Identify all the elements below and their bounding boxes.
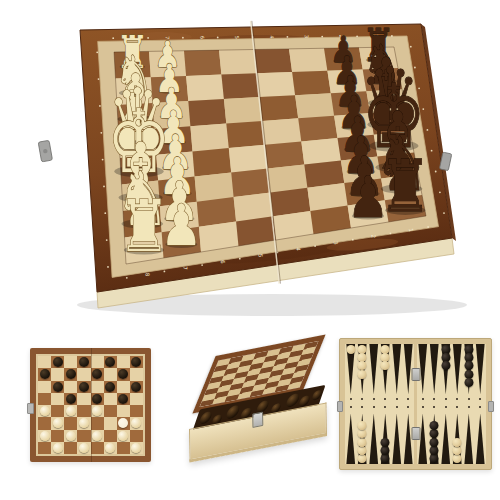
checkers-square bbox=[91, 430, 104, 442]
border-dot bbox=[439, 191, 441, 193]
backgammon-checker-light bbox=[381, 361, 390, 370]
checkers-square bbox=[91, 417, 104, 429]
checkers-square bbox=[130, 442, 143, 454]
backgammon-point bbox=[391, 414, 402, 464]
chess-piece-white-pawn: ♟ bbox=[160, 193, 202, 259]
backgammon-checker-light bbox=[358, 454, 367, 463]
checkers-piece-dark bbox=[131, 382, 141, 392]
board-square bbox=[292, 71, 331, 96]
backgammon-dot bbox=[407, 398, 409, 400]
checkers-square bbox=[130, 417, 143, 429]
rank-label: 5 bbox=[257, 254, 263, 258]
board-square bbox=[254, 49, 292, 73]
board-square bbox=[268, 165, 308, 193]
checkers-square bbox=[117, 368, 130, 380]
checkers-square bbox=[38, 417, 51, 429]
checkers-square bbox=[77, 381, 90, 393]
checkers-piece-light bbox=[118, 418, 128, 428]
checkers-square bbox=[91, 381, 104, 393]
board-square bbox=[229, 145, 268, 173]
checkers-square bbox=[91, 442, 104, 454]
backgammon-point bbox=[368, 414, 379, 464]
backgammon-point bbox=[440, 414, 451, 464]
backgammon-checker-dark bbox=[430, 421, 439, 430]
checkers-piece-light bbox=[66, 406, 76, 416]
checkers-square bbox=[38, 381, 51, 393]
backgammon-checker-dark bbox=[430, 429, 439, 438]
backgammon-hinge bbox=[411, 368, 420, 381]
checkers-square bbox=[117, 381, 130, 393]
border-dot bbox=[112, 37, 114, 39]
checkers-square bbox=[104, 417, 117, 429]
checkers-board-photo bbox=[30, 348, 151, 462]
checkers-piece-light bbox=[53, 443, 63, 453]
board-square bbox=[186, 75, 224, 102]
checkers-square bbox=[77, 368, 90, 380]
backgammon-checker-dark bbox=[430, 438, 439, 447]
checkers-square bbox=[51, 417, 64, 429]
checkers-square bbox=[130, 368, 143, 380]
checkers-square bbox=[91, 356, 104, 368]
backgammon-checker-light bbox=[358, 429, 367, 438]
backgammon-panel-right bbox=[417, 344, 486, 464]
checkers-square bbox=[64, 442, 77, 454]
border-dot bbox=[390, 232, 392, 234]
border-dot bbox=[106, 239, 108, 241]
backgammon-dot bbox=[445, 398, 447, 400]
board-square bbox=[304, 161, 344, 188]
backgammon-dot bbox=[361, 398, 363, 400]
backgammon-dot bbox=[373, 398, 375, 400]
border-dot bbox=[321, 36, 323, 38]
checkers-square bbox=[38, 356, 51, 368]
checkers-square bbox=[77, 442, 90, 454]
border-dot bbox=[287, 36, 289, 38]
checkers-clasp bbox=[27, 403, 34, 414]
checkers-square bbox=[51, 368, 64, 380]
backgammon-dot bbox=[468, 398, 470, 400]
checkers-piece-dark bbox=[79, 382, 89, 392]
checkers-square bbox=[51, 405, 64, 417]
backgammon-point bbox=[463, 414, 474, 464]
product-photo: 8877665544332211♜♟♟♜♞♟♟♞♝♟♟♝♛♟♟♛♚♟♟♚♝♟♟♝… bbox=[0, 0, 500, 500]
border-dot bbox=[201, 264, 203, 266]
backgammon-dot bbox=[422, 406, 424, 408]
checkers-square bbox=[104, 393, 117, 405]
board-square bbox=[221, 73, 259, 99]
border-dot bbox=[126, 277, 128, 279]
checkers-piece-dark bbox=[79, 357, 89, 367]
checkers-piece-light bbox=[40, 431, 50, 441]
backgammon-point bbox=[475, 414, 486, 464]
border-dot bbox=[107, 266, 109, 268]
chess-piece-black-rook: ♜ bbox=[379, 145, 431, 228]
border-dot bbox=[443, 212, 445, 214]
checkers-square bbox=[77, 430, 90, 442]
backgammon-clasp bbox=[337, 401, 343, 412]
checkers-square bbox=[117, 430, 130, 442]
rank-label: 5 bbox=[234, 35, 240, 39]
board-square bbox=[224, 97, 262, 124]
backgammon-checker-dark bbox=[441, 361, 450, 370]
border-dot bbox=[100, 132, 102, 134]
checkers-square bbox=[64, 417, 77, 429]
checkers-square bbox=[77, 405, 90, 417]
checkers-square bbox=[130, 356, 143, 368]
border-dot bbox=[182, 37, 184, 39]
backgammon-dot bbox=[350, 398, 352, 400]
rank-label: 3 bbox=[304, 35, 310, 39]
checkers-square bbox=[51, 393, 64, 405]
border-dot bbox=[239, 258, 241, 260]
checkers-piece-dark bbox=[66, 394, 76, 404]
backgammon-checker-light bbox=[453, 446, 462, 455]
checkers-square bbox=[38, 430, 51, 442]
checkers-piece-dark bbox=[92, 394, 102, 404]
border-dot bbox=[352, 239, 354, 241]
checkers-square bbox=[64, 405, 77, 417]
checkers-fold-seam bbox=[91, 348, 92, 462]
border-dot bbox=[314, 245, 316, 247]
checkers-square bbox=[104, 405, 117, 417]
checkers-square bbox=[130, 430, 143, 442]
backgammon-dot bbox=[479, 406, 481, 408]
checkers-square bbox=[104, 368, 117, 380]
board-square bbox=[257, 72, 295, 97]
backgammon-checker-light bbox=[358, 421, 367, 430]
backgammon-point bbox=[345, 414, 356, 464]
border-dot bbox=[435, 171, 437, 173]
backgammon-dot bbox=[396, 406, 398, 408]
board-square bbox=[184, 50, 221, 76]
board-square bbox=[219, 50, 257, 75]
board-square bbox=[197, 197, 236, 227]
backgammon-dot bbox=[373, 406, 375, 408]
checkers-square bbox=[130, 405, 143, 417]
checkers-square bbox=[117, 356, 130, 368]
checkers-square bbox=[38, 393, 51, 405]
checkers-piece-light bbox=[131, 418, 141, 428]
checkers-piece-light bbox=[105, 443, 115, 453]
checkers-square bbox=[104, 442, 117, 454]
backgammon-checker-dark bbox=[430, 454, 439, 463]
checkers-square bbox=[64, 381, 77, 393]
checkers-square bbox=[117, 405, 130, 417]
backgammon-dot bbox=[445, 406, 447, 408]
rank-label: 3 bbox=[333, 241, 339, 245]
border-dot bbox=[104, 212, 106, 214]
checkers-piece-dark bbox=[40, 369, 50, 379]
board-square bbox=[260, 95, 299, 121]
checkers-piece-dark bbox=[92, 369, 102, 379]
checkers-piece-light bbox=[66, 431, 76, 441]
border-dot bbox=[96, 51, 98, 53]
folded-box-photo bbox=[181, 340, 333, 478]
backgammon-point bbox=[429, 344, 440, 394]
chess-board-photo: 8877665544332211♜♟♟♜♞♟♟♞♝♟♟♝♛♟♟♛♚♟♟♚♝♟♟♝… bbox=[0, 0, 500, 332]
checkers-square bbox=[77, 417, 90, 429]
backgammon-point bbox=[475, 344, 486, 394]
checkers-square bbox=[117, 393, 130, 405]
checkers-piece-dark bbox=[105, 382, 115, 392]
checkers-square bbox=[64, 368, 77, 380]
checkers-piece-light bbox=[92, 431, 102, 441]
checkers-square bbox=[91, 405, 104, 417]
checkers-square bbox=[51, 442, 64, 454]
backgammon-checker-light bbox=[453, 454, 462, 463]
backgammon-checker-dark bbox=[381, 454, 390, 463]
checkers-piece-dark bbox=[53, 357, 63, 367]
border-dot bbox=[164, 271, 166, 273]
checkers-square bbox=[38, 442, 51, 454]
rank-label: 4 bbox=[269, 35, 275, 39]
box-clasp bbox=[252, 412, 263, 428]
checkers-square bbox=[130, 381, 143, 393]
rank-label: 1 bbox=[408, 228, 414, 232]
checkers-piece-dark bbox=[118, 394, 128, 404]
backgammon-dot bbox=[433, 406, 435, 408]
backgammon-dot bbox=[468, 406, 470, 408]
border-dot bbox=[99, 105, 101, 107]
rank-label: 2 bbox=[370, 234, 376, 238]
checkers-piece-light bbox=[131, 443, 141, 453]
checkers-square bbox=[130, 393, 143, 405]
checkers-square bbox=[77, 393, 90, 405]
checkers-piece-light bbox=[53, 418, 63, 428]
checkers-piece-light bbox=[79, 443, 89, 453]
board-square bbox=[262, 118, 301, 145]
backgammon-dot bbox=[456, 406, 458, 408]
backgammon-checker-dark bbox=[430, 446, 439, 455]
backgammon-dot bbox=[384, 398, 386, 400]
backgammon-checker-dark bbox=[381, 438, 390, 447]
board-square bbox=[265, 141, 304, 168]
backgammon-dot bbox=[384, 406, 386, 408]
checkers-square bbox=[117, 417, 130, 429]
rank-label: 7 bbox=[182, 266, 188, 270]
backgammon-dot bbox=[361, 406, 363, 408]
checkers-square bbox=[51, 381, 64, 393]
board-square bbox=[231, 169, 270, 197]
stored-chess-piece bbox=[225, 404, 241, 419]
backgammon-dot bbox=[407, 406, 409, 408]
checkers-piece-dark bbox=[118, 369, 128, 379]
checkers-square bbox=[91, 393, 104, 405]
backgammon-dot bbox=[422, 398, 424, 400]
backgammon-checker-dark bbox=[464, 378, 473, 387]
checkers-square bbox=[51, 430, 64, 442]
rank-label: 6 bbox=[199, 36, 205, 40]
border-dot bbox=[98, 78, 100, 80]
checkers-piece-dark bbox=[131, 357, 141, 367]
border-dot bbox=[217, 37, 219, 39]
stored-chess-piece bbox=[311, 389, 323, 401]
checkers-piece-light bbox=[40, 406, 50, 416]
board-square bbox=[301, 138, 341, 165]
checkers-square bbox=[38, 405, 51, 417]
checkers-square bbox=[77, 356, 90, 368]
checkers-square bbox=[38, 368, 51, 380]
backgammon-dot bbox=[456, 398, 458, 400]
backgammon-checker-light bbox=[346, 345, 355, 354]
checkers-piece-light bbox=[118, 431, 128, 441]
checkers-piece-dark bbox=[105, 357, 115, 367]
board-square bbox=[190, 124, 228, 152]
board-clasp bbox=[38, 140, 52, 162]
backgammon-clasp bbox=[488, 401, 494, 412]
checkers-piece-light bbox=[92, 406, 102, 416]
backgammon-checker-light bbox=[453, 438, 462, 447]
checkers-square bbox=[104, 430, 117, 442]
backgammon-point bbox=[368, 344, 379, 394]
board-square bbox=[295, 93, 334, 118]
checkers-square bbox=[51, 356, 64, 368]
backgammon-board-photo bbox=[339, 338, 492, 470]
checkers-square bbox=[64, 393, 77, 405]
backgammon-dot bbox=[433, 398, 435, 400]
backgammon-checker-light bbox=[358, 370, 367, 379]
backgammon-dot bbox=[396, 398, 398, 400]
checkers-square bbox=[64, 430, 77, 442]
board-square bbox=[226, 121, 265, 148]
backgammon-dot bbox=[350, 406, 352, 408]
checkers-square bbox=[117, 442, 130, 454]
board-square bbox=[188, 99, 226, 126]
backgammon-hinge bbox=[411, 427, 420, 440]
border-dot bbox=[103, 186, 105, 188]
checkers-square bbox=[64, 356, 77, 368]
backgammon-checker-light bbox=[358, 438, 367, 447]
border-dot bbox=[102, 159, 104, 161]
backgammon-checker-light bbox=[358, 446, 367, 455]
checkers-square bbox=[104, 356, 117, 368]
checkers-square bbox=[91, 368, 104, 380]
checkers-piece-dark bbox=[53, 382, 63, 392]
board-square bbox=[289, 48, 327, 72]
backgammon-dot bbox=[479, 398, 481, 400]
border-dot bbox=[410, 46, 412, 48]
backgammon-checker-dark bbox=[381, 446, 390, 455]
backgammon-panel-left bbox=[345, 344, 414, 464]
backgammon-point bbox=[391, 344, 402, 394]
board-square bbox=[298, 116, 337, 142]
checkers-piece-dark bbox=[66, 369, 76, 379]
checkers-square bbox=[104, 381, 117, 393]
backgammon-point bbox=[452, 344, 463, 394]
checkers-piece-light bbox=[79, 418, 89, 428]
